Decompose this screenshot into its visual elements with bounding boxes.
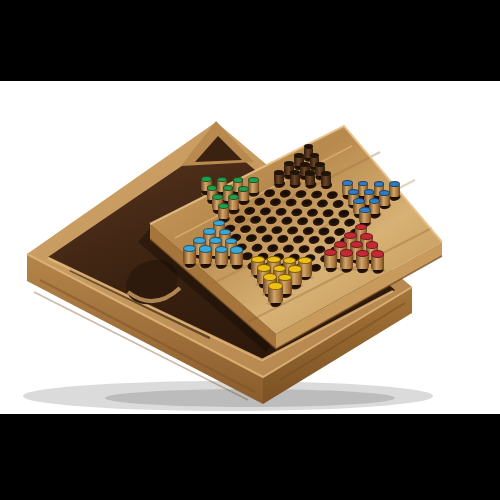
board-hole[interactable] (353, 210, 366, 218)
board-hole[interactable] (243, 207, 256, 215)
board-hole[interactable] (313, 245, 326, 253)
board-hole[interactable] (347, 201, 360, 209)
board-hole[interactable] (239, 225, 252, 233)
board-hole[interactable] (378, 201, 391, 209)
board-hole[interactable] (235, 243, 248, 251)
board-hole[interactable] (283, 171, 296, 179)
board-hole[interactable] (260, 235, 273, 243)
board-hole[interactable] (203, 242, 216, 250)
board-hole[interactable] (341, 191, 354, 199)
board-hole[interactable] (237, 197, 250, 205)
product-photo-canvas (0, 0, 500, 500)
board-hole[interactable] (240, 252, 253, 260)
board-hole[interactable] (282, 244, 295, 252)
board-hole[interactable] (262, 262, 275, 270)
board-hole[interactable] (233, 216, 246, 224)
board-hole[interactable] (308, 163, 321, 171)
board-hole[interactable] (217, 215, 230, 223)
board-hole[interactable] (299, 272, 312, 280)
board-hole[interactable] (337, 209, 350, 217)
board-grid (172, 150, 411, 311)
board-hole[interactable] (340, 264, 353, 272)
board-hole[interactable] (200, 187, 213, 195)
board-hole[interactable] (259, 207, 272, 215)
board-hole[interactable] (252, 271, 265, 279)
board-hole[interactable] (314, 172, 327, 180)
board-hole[interactable] (317, 227, 330, 235)
board-hole[interactable] (212, 206, 225, 214)
board-hole[interactable] (268, 271, 281, 279)
board-hole[interactable] (286, 226, 299, 234)
board-hole[interactable] (264, 216, 277, 224)
board-hole[interactable] (326, 191, 339, 199)
board-hole[interactable] (329, 246, 342, 254)
board-hole[interactable] (333, 228, 346, 236)
board-hole[interactable] (183, 260, 196, 268)
board-hole[interactable] (225, 252, 238, 260)
board-hole[interactable] (298, 172, 311, 180)
board-hole[interactable] (366, 256, 379, 264)
board-hole[interactable] (272, 253, 285, 261)
board-hole[interactable] (266, 244, 279, 252)
board-hole[interactable] (288, 181, 301, 189)
board-hole[interactable] (309, 264, 322, 272)
board-hole[interactable] (254, 225, 267, 233)
board-hole[interactable] (321, 209, 334, 217)
board-hole[interactable] (304, 181, 317, 189)
board-hole[interactable] (199, 260, 212, 268)
board-hole[interactable] (256, 253, 269, 261)
board-hole[interactable] (222, 197, 235, 205)
board-hole[interactable] (263, 189, 276, 197)
board-hole[interactable] (247, 188, 260, 196)
board-hole[interactable] (219, 243, 232, 251)
board-hole[interactable] (273, 180, 286, 188)
board-hole[interactable] (294, 190, 307, 198)
board-hole[interactable] (300, 199, 313, 207)
board-hole[interactable] (306, 208, 319, 216)
board-hole[interactable] (290, 208, 303, 216)
board-hole[interactable] (388, 193, 401, 201)
board-hole[interactable] (274, 208, 287, 216)
board-hole[interactable] (324, 264, 337, 272)
board-hole[interactable] (269, 299, 282, 307)
board-hole[interactable] (258, 280, 271, 288)
board-hole[interactable] (349, 228, 362, 236)
board-hole[interactable] (297, 245, 310, 253)
board-hole[interactable] (213, 233, 226, 241)
letterbox-bottom (0, 414, 500, 500)
board-hole[interactable] (311, 218, 324, 226)
board-hole[interactable] (357, 192, 370, 200)
board-hole[interactable] (307, 236, 320, 244)
board-hole[interactable] (356, 265, 369, 273)
board-hole[interactable] (279, 189, 292, 197)
board-hole[interactable] (287, 254, 300, 262)
board-hole[interactable] (250, 243, 263, 251)
board-hole[interactable] (277, 263, 290, 271)
board-hole[interactable] (253, 198, 266, 206)
board-hole[interactable] (263, 290, 276, 298)
board-hole[interactable] (293, 263, 306, 271)
board-hole[interactable] (358, 219, 371, 227)
board-hole[interactable] (245, 234, 258, 242)
board-hole[interactable] (360, 247, 373, 255)
board-hole[interactable] (316, 200, 329, 208)
board-hole[interactable] (215, 261, 228, 269)
board-hole[interactable] (303, 153, 316, 161)
board-hole[interactable] (343, 219, 356, 227)
board-hole[interactable] (284, 199, 297, 207)
board-hole[interactable] (350, 256, 363, 264)
board-hole[interactable] (269, 198, 282, 206)
board-hole[interactable] (373, 192, 386, 200)
board-hole[interactable] (193, 251, 206, 259)
board-hole[interactable] (279, 290, 292, 298)
board-hole[interactable] (216, 188, 229, 196)
board-hole[interactable] (319, 255, 332, 263)
board-hole[interactable] (246, 262, 259, 270)
board-hole[interactable] (372, 265, 385, 273)
board-hole[interactable] (292, 236, 305, 244)
board-hole[interactable] (327, 218, 340, 226)
board-hole[interactable] (323, 236, 336, 244)
board-hole[interactable] (303, 254, 316, 262)
board-hole[interactable] (206, 196, 219, 204)
board-hole[interactable] (231, 188, 244, 196)
board-hole[interactable] (320, 181, 333, 189)
board-hole[interactable] (363, 201, 376, 209)
board-hole[interactable] (209, 251, 222, 259)
board-hole[interactable] (223, 224, 236, 232)
board-hole[interactable] (273, 281, 286, 289)
board-hole[interactable] (334, 255, 347, 263)
board-hole[interactable] (339, 237, 352, 245)
board-hole[interactable] (331, 200, 344, 208)
board-hole[interactable] (229, 234, 242, 242)
letterbox-top (0, 0, 500, 81)
board-hole[interactable] (249, 216, 262, 224)
board-hole[interactable] (310, 190, 323, 198)
board-hole[interactable] (354, 237, 367, 245)
board-hole[interactable] (293, 162, 306, 170)
board-hole[interactable] (230, 261, 243, 269)
board-hole[interactable] (280, 217, 293, 225)
board-hole[interactable] (283, 272, 296, 280)
board-hole[interactable] (296, 217, 309, 225)
board-hole[interactable] (227, 206, 240, 214)
board-hole[interactable] (302, 227, 315, 235)
board-hole[interactable] (368, 210, 381, 218)
board-hole[interactable] (270, 226, 283, 234)
board-hole[interactable] (276, 235, 289, 243)
board-hole[interactable] (344, 246, 357, 254)
board-hole[interactable] (289, 281, 302, 289)
